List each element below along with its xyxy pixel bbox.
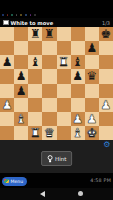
square-h5[interactable] <box>99 69 113 83</box>
square-d5[interactable] <box>42 69 56 83</box>
square-g4[interactable] <box>85 84 99 98</box>
square-a6[interactable]: ♟ <box>0 55 14 69</box>
black-bishop: ♝ <box>30 56 41 68</box>
square-h4[interactable] <box>99 84 113 98</box>
white-queen: ♛ <box>44 126 55 138</box>
square-a1[interactable] <box>0 126 14 140</box>
status-icon-dot <box>34 14 36 16</box>
square-g1[interactable]: ♚ <box>85 126 99 140</box>
black-pawn: ♟ <box>72 70 83 82</box>
square-d1[interactable]: ♛ <box>42 126 56 140</box>
square-d2[interactable] <box>42 112 56 126</box>
square-e2[interactable] <box>57 112 71 126</box>
square-e6[interactable]: ♜ <box>57 55 71 69</box>
square-f8[interactable] <box>71 27 85 41</box>
side-to-move: White to move <box>3 20 53 26</box>
square-f4[interactable] <box>71 84 85 98</box>
square-d8[interactable]: ♜ <box>42 27 56 41</box>
square-f2[interactable]: ♟ <box>71 112 85 126</box>
square-f7[interactable] <box>71 41 85 55</box>
square-d4[interactable] <box>42 84 56 98</box>
white-pawn: ♟ <box>86 112 97 124</box>
white-bishop: ♝ <box>72 126 83 138</box>
black-bishop: ♝ <box>72 56 83 68</box>
square-a4[interactable] <box>0 84 14 98</box>
settings-gear-icon[interactable]: ⚙ <box>103 141 110 149</box>
home-button-icon[interactable] <box>78 191 83 196</box>
status-icon-dot <box>20 14 22 16</box>
status-icon-dot <box>11 14 13 16</box>
clock: 4:58 PM <box>90 178 111 183</box>
square-b1[interactable] <box>14 126 28 140</box>
black-rook: ♜ <box>44 28 55 40</box>
status-bar <box>0 0 113 18</box>
square-h6[interactable] <box>99 55 113 69</box>
square-b7[interactable] <box>14 41 28 55</box>
square-c2[interactable] <box>28 112 42 126</box>
status-icon-dot <box>30 14 32 16</box>
menu-label: Menu <box>11 179 24 184</box>
square-e3[interactable] <box>57 98 71 112</box>
status-text: White to move <box>11 20 54 26</box>
square-a8[interactable] <box>0 27 14 41</box>
phone-screen: White to move 1/3 ♜♜♚♟♟♝♜♝♟♟♛♟♟♟♝♟♟♜♛♝♚ … <box>0 0 113 200</box>
square-a2[interactable] <box>0 112 14 126</box>
square-b2[interactable]: ♝ <box>14 112 28 126</box>
square-h2[interactable] <box>99 112 113 126</box>
square-f6[interactable]: ♝ <box>71 55 85 69</box>
white-bishop: ♝ <box>16 112 27 124</box>
square-d6[interactable] <box>42 55 56 69</box>
square-e1[interactable] <box>57 126 71 140</box>
black-king: ♚ <box>101 28 112 40</box>
square-g6[interactable] <box>85 55 99 69</box>
black-pawn: ♟ <box>16 84 27 96</box>
hint-label: Hint <box>55 156 66 162</box>
square-g2[interactable]: ♟ <box>85 112 99 126</box>
white-pawn: ♟ <box>2 98 13 110</box>
status-icon-dot <box>7 14 9 16</box>
black-rook: ♜ <box>30 28 41 40</box>
white-king: ♚ <box>86 126 97 138</box>
square-g7[interactable]: ♟ <box>85 41 99 55</box>
black-queen: ♛ <box>86 70 97 82</box>
status-icon-dot <box>2 14 4 16</box>
lightbulb-icon <box>47 155 53 163</box>
square-c3[interactable] <box>28 98 42 112</box>
square-e8[interactable] <box>57 27 71 41</box>
square-b8[interactable] <box>14 27 28 41</box>
status-icon-dot <box>25 14 27 16</box>
square-b6[interactable] <box>14 55 28 69</box>
puzzle-counter: 1/3 <box>102 20 110 26</box>
white-rook: ♜ <box>30 126 41 138</box>
status-icons <box>2 14 36 16</box>
square-e4[interactable] <box>57 84 71 98</box>
black-pawn: ♟ <box>86 42 97 54</box>
square-f1[interactable]: ♝ <box>71 126 85 140</box>
square-h3[interactable]: ♟ <box>99 98 113 112</box>
navigation-bar <box>0 188 113 200</box>
black-pawn: ♟ <box>2 56 13 68</box>
square-e7[interactable] <box>57 41 71 55</box>
square-c4[interactable] <box>28 84 42 98</box>
square-a3[interactable]: ♟ <box>0 98 14 112</box>
square-g8[interactable] <box>85 27 99 41</box>
square-a7[interactable] <box>0 41 14 55</box>
hint-button[interactable]: Hint <box>41 151 73 166</box>
square-b5[interactable]: ♟ <box>14 69 28 83</box>
white-rook: ♜ <box>58 56 69 68</box>
square-h1[interactable] <box>99 126 113 140</box>
app-logo-icon <box>4 179 9 184</box>
status-icon-dot <box>16 14 18 16</box>
square-c6[interactable]: ♝ <box>28 55 42 69</box>
square-e5[interactable] <box>57 69 71 83</box>
square-g5[interactable]: ♛ <box>85 69 99 83</box>
square-c8[interactable]: ♜ <box>28 27 42 41</box>
square-f3[interactable] <box>71 98 85 112</box>
white-pawn: ♟ <box>101 98 112 110</box>
white-square-icon <box>3 20 9 26</box>
square-d3[interactable] <box>42 98 56 112</box>
square-b4[interactable]: ♟ <box>14 84 28 98</box>
square-h7[interactable] <box>99 41 113 55</box>
square-c7[interactable] <box>28 41 42 55</box>
black-pawn: ♟ <box>16 70 27 82</box>
puzzle-header: White to move 1/3 <box>0 18 113 27</box>
square-c1[interactable]: ♜ <box>28 126 42 140</box>
square-g3[interactable] <box>85 98 99 112</box>
square-b3[interactable] <box>14 98 28 112</box>
square-c5[interactable] <box>28 69 42 83</box>
task-bar: Menu 4:58 PM <box>0 173 113 188</box>
chess-board[interactable]: ♜♜♚♟♟♝♜♝♟♟♛♟♟♟♝♟♟♜♛♝♚ <box>0 27 113 140</box>
menu-pill-button[interactable]: Menu <box>2 177 27 186</box>
square-f5[interactable]: ♟ <box>71 69 85 83</box>
square-d7[interactable] <box>42 41 56 55</box>
back-button-icon[interactable] <box>40 191 45 197</box>
square-a5[interactable] <box>0 69 14 83</box>
square-h8[interactable]: ♚ <box>99 27 113 41</box>
white-pawn: ♟ <box>72 112 83 124</box>
app-background: ⚙ Hint <box>0 140 113 173</box>
